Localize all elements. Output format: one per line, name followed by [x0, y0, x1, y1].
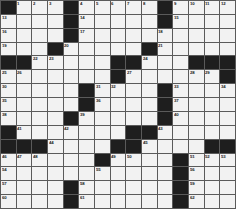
- clue-number-52: 52: [205, 154, 209, 158]
- cell-r7c11[interactable]: 37: [173, 98, 188, 111]
- cell-r12c2[interactable]: [32, 167, 47, 180]
- cell-r13c14[interactable]: [220, 181, 235, 194]
- cell-r0c12[interactable]: 10: [189, 1, 204, 14]
- cell-r11c10[interactable]: [158, 154, 173, 167]
- cell-r6c14[interactable]: 34: [220, 84, 235, 97]
- cell-r5c12[interactable]: 28: [189, 70, 204, 83]
- black-cell-r3c9: [142, 43, 157, 56]
- cell-r7c12[interactable]: [189, 98, 204, 111]
- cell-r3c8[interactable]: [126, 43, 141, 56]
- cell-r0c1[interactable]: 1: [17, 1, 32, 14]
- black-cell-r4c7: [111, 56, 126, 69]
- cell-r4c11[interactable]: [173, 56, 188, 69]
- cell-r12c8[interactable]: [126, 167, 141, 180]
- cell-r6c9[interactable]: [142, 84, 157, 97]
- cell-r8c5[interactable]: 39: [79, 112, 94, 125]
- cell-r14c14[interactable]: [220, 195, 235, 208]
- cell-r9c6[interactable]: [95, 126, 110, 139]
- cell-r13c8[interactable]: [126, 181, 141, 194]
- cell-r13c3[interactable]: [48, 181, 63, 194]
- clue-number-10: 10: [190, 1, 194, 5]
- black-cell-r7c10: [158, 98, 173, 111]
- cell-r3c13[interactable]: [205, 43, 220, 56]
- cell-r8c0[interactable]: 38: [1, 112, 16, 125]
- cell-r8c3[interactable]: [48, 112, 63, 125]
- clue-number-40: 40: [174, 112, 178, 116]
- clue-number-36: 36: [96, 98, 100, 102]
- cell-r6c4[interactable]: [64, 84, 79, 97]
- cell-r5c11[interactable]: [173, 70, 188, 83]
- clue-number-53: 53: [221, 154, 225, 158]
- cell-r14c2[interactable]: [32, 195, 47, 208]
- cell-r3c6[interactable]: [95, 43, 110, 56]
- cell-r8c8[interactable]: [126, 112, 141, 125]
- cell-r11c1[interactable]: 47: [17, 154, 32, 167]
- black-cell-r10c8: [126, 140, 141, 153]
- clue-number-29: 29: [205, 70, 209, 74]
- black-cell-r14c11: [173, 195, 188, 208]
- cell-r5c4[interactable]: [64, 70, 79, 83]
- cell-r0c3[interactable]: 3: [48, 1, 63, 14]
- clue-number-33: 33: [174, 84, 178, 88]
- black-cell-r0c0: [1, 1, 16, 14]
- cell-r0c9[interactable]: 8: [142, 1, 157, 14]
- black-cell-r2c4: [64, 29, 79, 42]
- cell-r2c11[interactable]: [173, 29, 188, 42]
- black-cell-r3c3: [48, 43, 63, 56]
- cell-r9c2[interactable]: [32, 126, 47, 139]
- black-cell-r10c2: [32, 140, 47, 153]
- cell-r5c5[interactable]: [79, 70, 94, 83]
- cell-r11c9[interactable]: [142, 154, 157, 167]
- cell-r9c13[interactable]: [205, 126, 220, 139]
- cell-r2c14[interactable]: [220, 29, 235, 42]
- black-cell-r9c9: [142, 126, 157, 139]
- cell-r9c7[interactable]: [111, 126, 126, 139]
- cell-r9c12[interactable]: [189, 126, 204, 139]
- clue-number-21: 21: [158, 43, 162, 47]
- cell-r1c11[interactable]: 15: [173, 15, 188, 28]
- cell-r10c3[interactable]: 44: [48, 140, 63, 153]
- clue-number-35: 35: [2, 98, 6, 102]
- cell-r10c5[interactable]: [79, 140, 94, 153]
- black-cell-r10c1: [17, 140, 32, 153]
- cell-r12c10[interactable]: [158, 167, 173, 180]
- clue-number-59: 59: [190, 181, 194, 185]
- cell-r14c5[interactable]: 61: [79, 195, 94, 208]
- cell-r1c5[interactable]: 14: [79, 15, 94, 28]
- cell-r11c8[interactable]: 50: [126, 154, 141, 167]
- cell-r11c13[interactable]: 52: [205, 154, 220, 167]
- black-cell-r4c1: [17, 56, 32, 69]
- cell-r12c12[interactable]: 56: [189, 167, 204, 180]
- cell-r2c12[interactable]: [189, 29, 204, 42]
- clue-number-14: 14: [80, 15, 84, 19]
- cell-r13c6[interactable]: [95, 181, 110, 194]
- cell-r7c8[interactable]: [126, 98, 141, 111]
- cell-r9c5[interactable]: [79, 126, 94, 139]
- cell-r5c13[interactable]: 29: [205, 70, 220, 83]
- cell-r13c2[interactable]: [32, 181, 47, 194]
- black-cell-r10c0: [1, 140, 16, 153]
- cell-r6c2[interactable]: [32, 84, 47, 97]
- clue-number-27: 27: [127, 70, 131, 74]
- clue-number-23: 23: [49, 56, 53, 60]
- cell-r6c13[interactable]: [205, 84, 220, 97]
- cell-r11c4[interactable]: [64, 154, 79, 167]
- clue-number-16: 16: [2, 29, 6, 33]
- crossword-board: 1234567891011121314151617181920212223242…: [0, 0, 236, 209]
- cell-r12c4[interactable]: [64, 167, 79, 180]
- cell-r7c6[interactable]: 36: [95, 98, 110, 111]
- cell-r6c8[interactable]: [126, 84, 141, 97]
- clue-number-42: 42: [64, 126, 68, 130]
- clue-number-6: 6: [111, 1, 113, 5]
- cell-r0c6[interactable]: 5: [95, 1, 110, 14]
- black-cell-r1c10: [158, 15, 173, 28]
- clue-number-41: 41: [17, 126, 21, 130]
- black-cell-r8c10: [158, 112, 173, 125]
- clue-number-7: 7: [127, 1, 129, 5]
- cell-r14c3[interactable]: [48, 195, 63, 208]
- black-cell-r4c12: [189, 56, 204, 69]
- cell-r5c3[interactable]: [48, 70, 63, 83]
- cell-r5c9[interactable]: [142, 70, 157, 83]
- black-cell-r4c13: [205, 56, 220, 69]
- clue-number-56: 56: [190, 167, 194, 171]
- cell-r7c7[interactable]: [111, 98, 126, 111]
- black-cell-r1c4: [64, 15, 79, 28]
- cell-r9c4[interactable]: 42: [64, 126, 79, 139]
- cell-r8c7[interactable]: [111, 112, 126, 125]
- cell-r5c6[interactable]: [95, 70, 110, 83]
- cell-r8c11[interactable]: 40: [173, 112, 188, 125]
- cell-r4c5[interactable]: [79, 56, 94, 69]
- cell-r1c6[interactable]: [95, 15, 110, 28]
- cell-r4c6[interactable]: [95, 56, 110, 69]
- cell-r0c8[interactable]: 7: [126, 1, 141, 14]
- cell-r3c10[interactable]: 21: [158, 43, 173, 56]
- cell-r5c2[interactable]: [32, 70, 47, 83]
- cell-r14c0[interactable]: 60: [1, 195, 16, 208]
- clue-number-26: 26: [17, 70, 21, 74]
- clue-number-5: 5: [96, 1, 98, 5]
- cell-r9c14[interactable]: [220, 126, 235, 139]
- cell-r9c3[interactable]: [48, 126, 63, 139]
- cell-r0c2[interactable]: 2: [32, 1, 47, 14]
- cell-r4c10[interactable]: [158, 56, 173, 69]
- cell-r3c11[interactable]: [173, 43, 188, 56]
- cell-r14c6[interactable]: [95, 195, 110, 208]
- cell-r6c7[interactable]: 32: [111, 84, 126, 97]
- black-cell-r12c11: [173, 167, 188, 180]
- black-cell-r4c14: [220, 56, 235, 69]
- cell-r2c5[interactable]: 17: [79, 29, 94, 42]
- cell-r4c9[interactable]: 24: [142, 56, 157, 69]
- clue-number-22: 22: [33, 56, 37, 60]
- cell-r5c8[interactable]: 27: [126, 70, 141, 83]
- cell-r12c14[interactable]: [220, 167, 235, 180]
- clue-number-3: 3: [49, 1, 51, 5]
- cell-r8c13[interactable]: [205, 112, 220, 125]
- cell-r10c4[interactable]: [64, 140, 79, 153]
- black-cell-r10c7: [111, 140, 126, 153]
- cell-r11c0[interactable]: 46: [1, 154, 16, 167]
- cell-r6c11[interactable]: 33: [173, 84, 188, 97]
- clue-number-37: 37: [174, 98, 178, 102]
- black-cell-r10c14: [220, 140, 235, 153]
- clue-number-38: 38: [2, 112, 6, 116]
- clue-number-25: 25: [2, 70, 6, 74]
- cell-r3c2[interactable]: [32, 43, 47, 56]
- cell-r7c14[interactable]: [220, 98, 235, 111]
- cell-r3c14[interactable]: [220, 43, 235, 56]
- clue-number-34: 34: [221, 84, 225, 88]
- clue-number-18: 18: [158, 29, 162, 33]
- cell-r2c6[interactable]: [95, 29, 110, 42]
- cell-r6c1[interactable]: [17, 84, 32, 97]
- cell-r14c13[interactable]: [205, 195, 220, 208]
- cell-r8c9[interactable]: [142, 112, 157, 125]
- cell-r12c5[interactable]: [79, 167, 94, 180]
- cell-r12c7[interactable]: [111, 167, 126, 180]
- cell-r3c12[interactable]: [189, 43, 204, 56]
- clue-number-58: 58: [80, 181, 84, 185]
- black-cell-r6c5: [79, 84, 94, 97]
- black-cell-r6c10: [158, 84, 173, 97]
- cell-r9c11[interactable]: [173, 126, 188, 139]
- clue-number-4: 4: [80, 1, 82, 5]
- cell-r13c12[interactable]: 59: [189, 181, 204, 194]
- cell-r0c11[interactable]: 9: [173, 1, 188, 14]
- cell-r14c12[interactable]: 62: [189, 195, 204, 208]
- cell-r1c2[interactable]: [32, 15, 47, 28]
- cell-r11c3[interactable]: [48, 154, 63, 167]
- clue-number-57: 57: [2, 181, 6, 185]
- black-cell-r9c0: [1, 126, 16, 139]
- black-cell-r5c14: [220, 70, 235, 83]
- cell-r12c9[interactable]: [142, 167, 157, 180]
- cell-r2c9[interactable]: [142, 29, 157, 42]
- clue-number-8: 8: [143, 1, 145, 5]
- cell-r14c1[interactable]: [17, 195, 32, 208]
- cell-r9c1[interactable]: 41: [17, 126, 32, 139]
- cell-r7c3[interactable]: [48, 98, 63, 111]
- black-cell-r4c0: [1, 56, 16, 69]
- cell-r14c7[interactable]: [111, 195, 126, 208]
- cell-r5c10[interactable]: [158, 70, 173, 83]
- clue-number-50: 50: [127, 154, 131, 158]
- clue-number-19: 19: [2, 43, 6, 47]
- cell-r0c5[interactable]: 4: [79, 1, 94, 14]
- cell-r13c9[interactable]: [142, 181, 157, 194]
- clue-number-61: 61: [80, 195, 84, 199]
- cell-r7c2[interactable]: [32, 98, 47, 111]
- clue-number-30: 30: [2, 84, 6, 88]
- cell-r8c14[interactable]: [220, 112, 235, 125]
- cell-r10c10[interactable]: [158, 140, 173, 153]
- cell-r1c12[interactable]: [189, 15, 204, 28]
- cell-r13c1[interactable]: [17, 181, 32, 194]
- cell-r4c2[interactable]: 22: [32, 56, 47, 69]
- cell-r3c7[interactable]: [111, 43, 126, 56]
- cell-r14c8[interactable]: [126, 195, 141, 208]
- cell-r3c4[interactable]: 20: [64, 43, 79, 56]
- cell-r2c10[interactable]: 18: [158, 29, 173, 42]
- clue-number-54: 54: [2, 167, 6, 171]
- cell-r2c2[interactable]: [32, 29, 47, 42]
- clue-number-31: 31: [96, 84, 100, 88]
- cell-r2c0[interactable]: 16: [1, 29, 16, 42]
- cell-r11c12[interactable]: 51: [189, 154, 204, 167]
- cell-r14c9[interactable]: [142, 195, 157, 208]
- cell-r0c14[interactable]: 12: [220, 1, 235, 14]
- clue-number-39: 39: [80, 112, 84, 116]
- cell-r12c0[interactable]: 54: [1, 167, 16, 180]
- black-cell-r7c5: [79, 98, 94, 111]
- cell-r13c10[interactable]: [158, 181, 173, 194]
- cell-r7c0[interactable]: 35: [1, 98, 16, 111]
- clue-number-20: 20: [64, 43, 68, 47]
- cell-r8c6[interactable]: [95, 112, 110, 125]
- cell-r1c7[interactable]: [111, 15, 126, 28]
- cell-r6c0[interactable]: 30: [1, 84, 16, 97]
- cell-r10c6[interactable]: [95, 140, 110, 153]
- cell-r7c13[interactable]: [205, 98, 220, 111]
- black-cell-r8c4: [64, 112, 79, 125]
- black-cell-r9c8: [126, 126, 141, 139]
- cell-r8c2[interactable]: [32, 112, 47, 125]
- cell-r1c0[interactable]: 13: [1, 15, 16, 28]
- cell-r13c0[interactable]: 57: [1, 181, 16, 194]
- cell-r13c13[interactable]: [205, 181, 220, 194]
- cell-r11c2[interactable]: 48: [32, 154, 47, 167]
- cell-r11c5[interactable]: [79, 154, 94, 167]
- cell-r10c12[interactable]: [189, 140, 204, 153]
- cell-r7c9[interactable]: [142, 98, 157, 111]
- cell-r1c8[interactable]: [126, 15, 141, 28]
- cell-r11c7[interactable]: 49: [111, 154, 126, 167]
- cell-r13c5[interactable]: 58: [79, 181, 94, 194]
- clue-number-45: 45: [143, 140, 147, 144]
- cell-r2c3[interactable]: [48, 29, 63, 42]
- clue-number-9: 9: [174, 1, 176, 5]
- cell-r1c9[interactable]: [142, 15, 157, 28]
- cell-r3c0[interactable]: 19: [1, 43, 16, 56]
- cell-r2c1[interactable]: [17, 29, 32, 42]
- clue-number-62: 62: [190, 195, 194, 199]
- black-cell-r0c4: [64, 1, 79, 14]
- black-cell-r5c7: [111, 70, 126, 83]
- clue-number-11: 11: [205, 1, 209, 5]
- clue-number-2: 2: [33, 1, 35, 5]
- cell-r1c13[interactable]: [205, 15, 220, 28]
- clue-number-43: 43: [158, 126, 162, 130]
- cell-r0c13[interactable]: 11: [205, 1, 220, 14]
- cell-r5c1[interactable]: 26: [17, 70, 32, 83]
- clue-number-32: 32: [111, 84, 115, 88]
- clue-number-17: 17: [80, 29, 84, 33]
- clue-number-51: 51: [190, 154, 194, 158]
- cell-r11c14[interactable]: 53: [220, 154, 235, 167]
- cell-r1c14[interactable]: [220, 15, 235, 28]
- cell-r1c3[interactable]: [48, 15, 63, 28]
- cell-r8c1[interactable]: [17, 112, 32, 125]
- black-cell-r11c11: [173, 154, 188, 167]
- cell-r12c1[interactable]: [17, 167, 32, 180]
- cell-r10c9[interactable]: 45: [142, 140, 157, 153]
- cell-r3c5[interactable]: [79, 43, 94, 56]
- cell-r4c3[interactable]: 23: [48, 56, 63, 69]
- black-cell-r13c11: [173, 181, 188, 194]
- cell-r8c12[interactable]: [189, 112, 204, 125]
- clue-number-48: 48: [33, 154, 37, 158]
- black-cell-r0c10: [158, 1, 173, 14]
- cell-r12c3[interactable]: [48, 167, 63, 180]
- cell-r7c4[interactable]: [64, 98, 79, 111]
- clue-number-47: 47: [17, 154, 21, 158]
- cell-r6c12[interactable]: [189, 84, 204, 97]
- cell-r12c6[interactable]: 55: [95, 167, 110, 180]
- black-cell-r13c4: [64, 181, 79, 194]
- cell-r2c13[interactable]: [205, 29, 220, 42]
- cell-r9c10[interactable]: 43: [158, 126, 173, 139]
- black-cell-r10c13: [205, 140, 220, 153]
- clue-number-49: 49: [111, 154, 115, 158]
- cell-r4c4[interactable]: [64, 56, 79, 69]
- cell-r6c3[interactable]: [48, 84, 63, 97]
- cell-r6c6[interactable]: 31: [95, 84, 110, 97]
- cell-r1c1[interactable]: [17, 15, 32, 28]
- clue-number-13: 13: [2, 15, 6, 19]
- cell-r2c7[interactable]: [111, 29, 126, 42]
- clue-number-1: 1: [17, 1, 19, 5]
- cell-r5c0[interactable]: 25: [1, 70, 16, 83]
- cell-r13c7[interactable]: [111, 181, 126, 194]
- cell-r14c10[interactable]: [158, 195, 173, 208]
- clue-number-12: 12: [221, 1, 225, 5]
- black-cell-r11c6: [95, 154, 110, 167]
- clue-number-46: 46: [2, 154, 6, 158]
- cell-r12c13[interactable]: [205, 167, 220, 180]
- cell-r7c1[interactable]: [17, 98, 32, 111]
- clue-number-44: 44: [49, 140, 53, 144]
- clue-number-15: 15: [174, 15, 178, 19]
- cell-r2c8[interactable]: [126, 29, 141, 42]
- cell-r0c7[interactable]: 6: [111, 1, 126, 14]
- black-cell-r14c4: [64, 195, 79, 208]
- clue-number-60: 60: [2, 195, 6, 199]
- cell-r10c11[interactable]: [173, 140, 188, 153]
- clue-number-28: 28: [190, 70, 194, 74]
- cell-r3c1[interactable]: [17, 43, 32, 56]
- black-cell-r4c8: [126, 56, 141, 69]
- clue-number-55: 55: [96, 167, 100, 171]
- clue-number-24: 24: [143, 56, 147, 60]
